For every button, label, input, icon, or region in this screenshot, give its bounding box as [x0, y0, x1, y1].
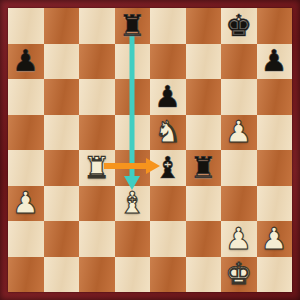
- square-b5[interactable]: [44, 115, 80, 151]
- square-d5[interactable]: [115, 115, 151, 151]
- square-c5[interactable]: [79, 115, 115, 151]
- square-h1[interactable]: [257, 257, 293, 293]
- square-d3[interactable]: ♝: [115, 186, 151, 222]
- square-d1[interactable]: [115, 257, 151, 293]
- piece-white-pawn[interactable]: ♟: [221, 221, 257, 257]
- square-b1[interactable]: [44, 257, 80, 293]
- square-d7[interactable]: [115, 44, 151, 80]
- square-h4[interactable]: [257, 150, 293, 186]
- square-h6[interactable]: [257, 79, 293, 115]
- square-b6[interactable]: [44, 79, 80, 115]
- square-c3[interactable]: [79, 186, 115, 222]
- square-e8[interactable]: [150, 8, 186, 44]
- piece-black-pawn[interactable]: ♟: [150, 79, 186, 115]
- piece-white-pawn[interactable]: ♟: [8, 186, 44, 222]
- piece-white-pawn[interactable]: ♟: [257, 221, 293, 257]
- square-c2[interactable]: [79, 221, 115, 257]
- square-g6[interactable]: [221, 79, 257, 115]
- square-g2[interactable]: ♟: [221, 221, 257, 257]
- piece-black-pawn[interactable]: ♟: [257, 44, 293, 80]
- square-g4[interactable]: [221, 150, 257, 186]
- square-g3[interactable]: [221, 186, 257, 222]
- square-b8[interactable]: [44, 8, 80, 44]
- piece-black-bishop[interactable]: ♝: [150, 150, 186, 186]
- square-e1[interactable]: [150, 257, 186, 293]
- square-f2[interactable]: [186, 221, 222, 257]
- square-a2[interactable]: [8, 221, 44, 257]
- square-e4[interactable]: ♝: [150, 150, 186, 186]
- square-c8[interactable]: [79, 8, 115, 44]
- square-e7[interactable]: [150, 44, 186, 80]
- piece-white-bishop[interactable]: ♝: [115, 186, 151, 222]
- square-b7[interactable]: [44, 44, 80, 80]
- piece-white-rook[interactable]: ♜: [79, 150, 115, 186]
- square-f4[interactable]: ♜: [186, 150, 222, 186]
- square-f3[interactable]: [186, 186, 222, 222]
- square-f1[interactable]: [186, 257, 222, 293]
- square-c1[interactable]: [79, 257, 115, 293]
- square-g7[interactable]: [221, 44, 257, 80]
- chessboard-frame: ♜♚♟♟♟♞♟♜♝♜♟♝♟♟♚: [0, 0, 300, 300]
- square-e3[interactable]: [150, 186, 186, 222]
- square-a8[interactable]: [8, 8, 44, 44]
- square-a4[interactable]: [8, 150, 44, 186]
- piece-white-king[interactable]: ♚: [221, 257, 257, 293]
- square-c6[interactable]: [79, 79, 115, 115]
- piece-white-knight[interactable]: ♞: [150, 115, 186, 151]
- square-d4[interactable]: [115, 150, 151, 186]
- square-g1[interactable]: ♚: [221, 257, 257, 293]
- square-b3[interactable]: [44, 186, 80, 222]
- piece-black-pawn[interactable]: ♟: [8, 44, 44, 80]
- square-a1[interactable]: [8, 257, 44, 293]
- square-b2[interactable]: [44, 221, 80, 257]
- square-a6[interactable]: [8, 79, 44, 115]
- square-f6[interactable]: [186, 79, 222, 115]
- square-c4[interactable]: ♜: [79, 150, 115, 186]
- square-c7[interactable]: [79, 44, 115, 80]
- square-g8[interactable]: ♚: [221, 8, 257, 44]
- chessboard[interactable]: ♜♚♟♟♟♞♟♜♝♜♟♝♟♟♚: [8, 8, 292, 292]
- square-h7[interactable]: ♟: [257, 44, 293, 80]
- square-a3[interactable]: ♟: [8, 186, 44, 222]
- square-a5[interactable]: [8, 115, 44, 151]
- square-d2[interactable]: [115, 221, 151, 257]
- square-a7[interactable]: ♟: [8, 44, 44, 80]
- square-f7[interactable]: [186, 44, 222, 80]
- square-e2[interactable]: [150, 221, 186, 257]
- square-e5[interactable]: ♞: [150, 115, 186, 151]
- square-b4[interactable]: [44, 150, 80, 186]
- square-d6[interactable]: [115, 79, 151, 115]
- piece-black-rook[interactable]: ♜: [115, 8, 151, 44]
- square-f8[interactable]: [186, 8, 222, 44]
- square-h3[interactable]: [257, 186, 293, 222]
- square-h5[interactable]: [257, 115, 293, 151]
- square-f5[interactable]: [186, 115, 222, 151]
- piece-white-pawn[interactable]: ♟: [221, 115, 257, 151]
- square-h8[interactable]: [257, 8, 293, 44]
- square-h2[interactable]: ♟: [257, 221, 293, 257]
- square-g5[interactable]: ♟: [221, 115, 257, 151]
- piece-black-rook[interactable]: ♜: [186, 150, 222, 186]
- square-d8[interactable]: ♜: [115, 8, 151, 44]
- piece-black-king[interactable]: ♚: [221, 8, 257, 44]
- square-e6[interactable]: ♟: [150, 79, 186, 115]
